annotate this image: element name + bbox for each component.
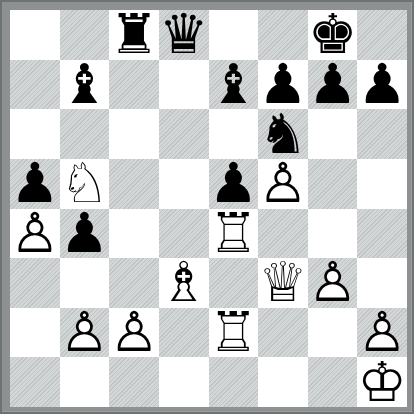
white-pawn-icon: ♙ xyxy=(258,159,308,209)
square-g3[interactable]: ♟♙ xyxy=(308,258,358,308)
square-b4[interactable]: ♟ xyxy=(60,209,110,259)
square-d7[interactable] xyxy=(159,60,209,110)
square-c7[interactable] xyxy=(109,60,159,110)
square-f2[interactable] xyxy=(258,308,308,358)
white-bishop-piece[interactable]: ♝♗ xyxy=(159,258,209,308)
black-rook-piece[interactable]: ♜ xyxy=(109,10,159,60)
square-d2[interactable] xyxy=(159,308,209,358)
white-bishop-icon: ♗ xyxy=(159,258,209,308)
black-pawn-piece[interactable]: ♟ xyxy=(60,209,110,259)
black-pawn-piece[interactable]: ♟ xyxy=(357,60,407,110)
square-d3[interactable]: ♝♗ xyxy=(159,258,209,308)
square-a4[interactable]: ♟♙ xyxy=(10,209,60,259)
square-f1[interactable] xyxy=(258,357,308,407)
white-pawn-icon: ♙ xyxy=(60,308,110,358)
black-pawn-icon: ♟ xyxy=(60,209,110,259)
square-d1[interactable] xyxy=(159,357,209,407)
square-f5[interactable]: ♟♙ xyxy=(258,159,308,209)
square-c8[interactable]: ♜ xyxy=(109,10,159,60)
square-a1[interactable] xyxy=(10,357,60,407)
white-king-icon: ♔ xyxy=(357,357,407,407)
white-rook-icon: ♖ xyxy=(209,209,259,259)
black-rook-icon: ♜ xyxy=(109,10,159,60)
square-f3[interactable]: ♛♕ xyxy=(258,258,308,308)
square-d5[interactable] xyxy=(159,159,209,209)
square-b2[interactable]: ♟♙ xyxy=(60,308,110,358)
square-d6[interactable] xyxy=(159,109,209,159)
chess-board: ♜♛♚♝♝♟♟♟♞♟♞♘♟♟♙♟♙♟♜♖♝♗♛♕♟♙♟♙♟♙♜♖♟♙♚♔ xyxy=(10,10,407,407)
black-bishop-piece[interactable]: ♝ xyxy=(60,60,110,110)
square-a7[interactable] xyxy=(10,60,60,110)
white-pawn-icon: ♙ xyxy=(308,258,358,308)
square-g6[interactable] xyxy=(308,109,358,159)
board-frame: ♜♛♚♝♝♟♟♟♞♟♞♘♟♟♙♟♙♟♜♖♝♗♛♕♟♙♟♙♟♙♜♖♟♙♚♔ xyxy=(0,0,414,414)
square-h1[interactable]: ♚♔ xyxy=(357,357,407,407)
black-queen-piece[interactable]: ♛ xyxy=(159,10,209,60)
square-g2[interactable] xyxy=(308,308,358,358)
square-c2[interactable]: ♟♙ xyxy=(109,308,159,358)
square-h6[interactable] xyxy=(357,109,407,159)
black-pawn-icon: ♟ xyxy=(308,60,358,110)
black-bishop-icon: ♝ xyxy=(60,60,110,110)
square-e1[interactable] xyxy=(209,357,259,407)
white-rook-piece[interactable]: ♜♖ xyxy=(209,209,259,259)
white-pawn-piece[interactable]: ♟♙ xyxy=(10,209,60,259)
white-rook-icon: ♖ xyxy=(209,308,259,358)
white-queen-piece[interactable]: ♛♕ xyxy=(258,258,308,308)
square-d8[interactable]: ♛ xyxy=(159,10,209,60)
black-bishop-icon: ♝ xyxy=(209,60,259,110)
square-b7[interactable]: ♝ xyxy=(60,60,110,110)
square-g1[interactable] xyxy=(308,357,358,407)
square-a3[interactable] xyxy=(10,258,60,308)
square-g5[interactable] xyxy=(308,159,358,209)
white-pawn-piece[interactable]: ♟♙ xyxy=(109,308,159,358)
square-c5[interactable] xyxy=(109,159,159,209)
square-h7[interactable]: ♟ xyxy=(357,60,407,110)
white-pawn-piece[interactable]: ♟♙ xyxy=(308,258,358,308)
square-a2[interactable] xyxy=(10,308,60,358)
square-h4[interactable] xyxy=(357,209,407,259)
square-c4[interactable] xyxy=(109,209,159,259)
square-e4[interactable]: ♜♖ xyxy=(209,209,259,259)
square-h5[interactable] xyxy=(357,159,407,209)
square-e7[interactable]: ♝ xyxy=(209,60,259,110)
black-bishop-piece[interactable]: ♝ xyxy=(209,60,259,110)
square-g7[interactable]: ♟ xyxy=(308,60,358,110)
white-queen-icon: ♕ xyxy=(258,258,308,308)
white-rook-piece[interactable]: ♜♖ xyxy=(209,308,259,358)
square-a8[interactable] xyxy=(10,10,60,60)
square-e2[interactable]: ♜♖ xyxy=(209,308,259,358)
white-pawn-piece[interactable]: ♟♙ xyxy=(258,159,308,209)
square-c1[interactable] xyxy=(109,357,159,407)
white-king-piece[interactable]: ♚♔ xyxy=(357,357,407,407)
white-pawn-icon: ♙ xyxy=(10,209,60,259)
black-queen-icon: ♛ xyxy=(159,10,209,60)
square-b1[interactable] xyxy=(60,357,110,407)
black-pawn-icon: ♟ xyxy=(357,60,407,110)
black-pawn-piece[interactable]: ♟ xyxy=(308,60,358,110)
square-c6[interactable] xyxy=(109,109,159,159)
white-pawn-piece[interactable]: ♟♙ xyxy=(60,308,110,358)
white-pawn-icon: ♙ xyxy=(109,308,159,358)
